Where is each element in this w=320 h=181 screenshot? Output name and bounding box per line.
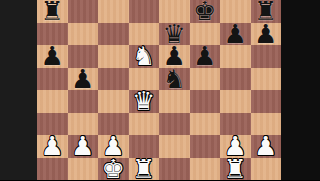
white-pawn-icon: ♟ (71, 136, 94, 156)
square-b5[interactable]: ♟ (68, 68, 99, 91)
square-f2[interactable] (190, 135, 221, 158)
white-pawn-icon: ♟ (41, 136, 64, 156)
square-a3[interactable] (37, 113, 68, 136)
square-d7[interactable] (129, 23, 160, 46)
square-c4[interactable] (98, 90, 129, 113)
white-pawn-icon: ♟ (224, 136, 247, 156)
square-d3[interactable] (129, 113, 160, 136)
black-pawn-icon: ♟ (71, 69, 94, 89)
square-g3[interactable] (220, 113, 251, 136)
square-h7[interactable]: ♟ (251, 23, 282, 46)
square-b1[interactable] (68, 158, 99, 181)
square-f7[interactable] (190, 23, 221, 46)
black-pawn-icon: ♟ (41, 46, 64, 66)
black-pawn-icon: ♟ (163, 46, 186, 66)
black-pawn-icon: ♟ (254, 24, 277, 44)
square-d4[interactable]: ♛ (129, 90, 160, 113)
square-c6[interactable] (98, 45, 129, 68)
square-g5[interactable] (220, 68, 251, 91)
white-pawn-icon: ♟ (254, 136, 277, 156)
black-pawn-icon: ♟ (224, 24, 247, 44)
square-g6[interactable] (220, 45, 251, 68)
square-c3[interactable] (98, 113, 129, 136)
square-e6[interactable]: ♟ (159, 45, 190, 68)
square-h2[interactable]: ♟ (251, 135, 282, 158)
square-e5[interactable]: ♞ (159, 68, 190, 91)
black-queen-icon: ♛ (163, 24, 186, 44)
square-e4[interactable] (159, 90, 190, 113)
square-a1[interactable] (37, 158, 68, 181)
square-a6[interactable]: ♟ (37, 45, 68, 68)
white-rook-icon: ♜ (224, 159, 247, 179)
square-a4[interactable] (37, 90, 68, 113)
white-knight-icon: ♞ (132, 46, 155, 66)
white-pawn-icon: ♟ (102, 136, 125, 156)
square-g7[interactable]: ♟ (220, 23, 251, 46)
square-f6[interactable]: ♟ (190, 45, 221, 68)
white-king-icon: ♚ (102, 159, 125, 179)
square-f3[interactable] (190, 113, 221, 136)
square-h1[interactable] (251, 158, 282, 181)
square-f4[interactable] (190, 90, 221, 113)
square-d2[interactable] (129, 135, 160, 158)
square-e3[interactable] (159, 113, 190, 136)
square-c7[interactable] (98, 23, 129, 46)
square-h8[interactable]: ♜ (251, 0, 282, 23)
square-d6[interactable]: ♞ (129, 45, 160, 68)
white-queen-icon: ♛ (132, 91, 155, 111)
letterbox-right-bar (281, 0, 320, 180)
letterbox-left-bar (0, 0, 37, 180)
square-b4[interactable] (68, 90, 99, 113)
square-b2[interactable]: ♟ (68, 135, 99, 158)
square-g1[interactable]: ♜ (220, 158, 251, 181)
square-h6[interactable] (251, 45, 282, 68)
square-b3[interactable] (68, 113, 99, 136)
black-king-icon: ♚ (193, 1, 216, 21)
square-g4[interactable] (220, 90, 251, 113)
square-c2[interactable]: ♟ (98, 135, 129, 158)
square-b7[interactable] (68, 23, 99, 46)
square-c5[interactable] (98, 68, 129, 91)
video-frame: ♜♚♜♛♟♟♟♞♟♟♟♞♛♟♟♟♟♟♚♜♜ (0, 0, 320, 180)
square-a2[interactable]: ♟ (37, 135, 68, 158)
white-rook-icon: ♜ (132, 159, 155, 179)
square-f5[interactable] (190, 68, 221, 91)
black-rook-icon: ♜ (254, 1, 277, 21)
square-a5[interactable] (37, 68, 68, 91)
square-a8[interactable]: ♜ (37, 0, 68, 23)
square-h4[interactable] (251, 90, 282, 113)
square-g2[interactable]: ♟ (220, 135, 251, 158)
black-knight-icon: ♞ (163, 69, 186, 89)
black-pawn-icon: ♟ (193, 46, 216, 66)
square-e8[interactable] (159, 0, 190, 23)
square-e1[interactable] (159, 158, 190, 181)
chess-board: ♜♚♜♛♟♟♟♞♟♟♟♞♛♟♟♟♟♟♚♜♜ (37, 0, 281, 180)
square-d8[interactable] (129, 0, 160, 23)
square-f8[interactable]: ♚ (190, 0, 221, 23)
square-e2[interactable] (159, 135, 190, 158)
square-h3[interactable] (251, 113, 282, 136)
square-b8[interactable] (68, 0, 99, 23)
square-g8[interactable] (220, 0, 251, 23)
square-a7[interactable] (37, 23, 68, 46)
square-e7[interactable]: ♛ (159, 23, 190, 46)
square-c1[interactable]: ♚ (98, 158, 129, 181)
black-rook-icon: ♜ (41, 1, 64, 21)
square-b6[interactable] (68, 45, 99, 68)
square-f1[interactable] (190, 158, 221, 181)
square-d1[interactable]: ♜ (129, 158, 160, 181)
square-d5[interactable] (129, 68, 160, 91)
square-h5[interactable] (251, 68, 282, 91)
square-c8[interactable] (98, 0, 129, 23)
